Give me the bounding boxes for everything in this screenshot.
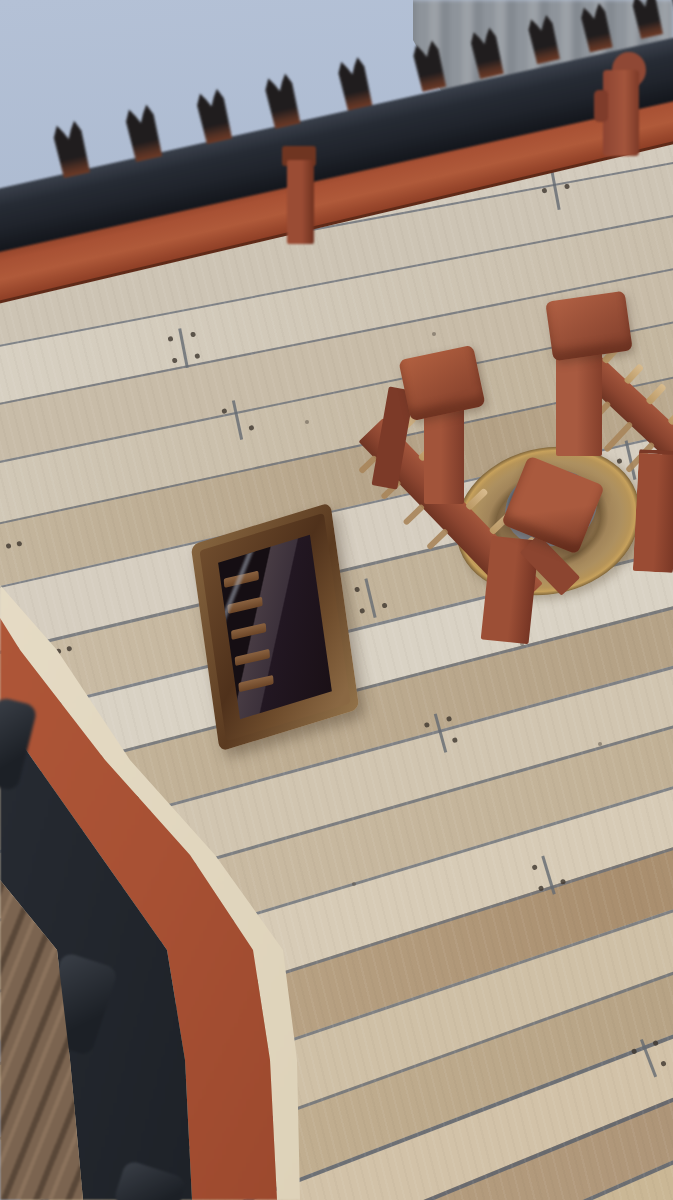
- wood-fleck: [432, 332, 436, 336]
- wood-fleck: [305, 420, 309, 424]
- timberhead: [49, 117, 91, 178]
- model-ship-deck-photo: [0, 0, 673, 1200]
- stanchion-post: [287, 160, 314, 244]
- timberhead: [334, 54, 374, 111]
- timberhead: [193, 85, 234, 144]
- curtain-fold-shadow: [108, 0, 128, 100]
- wood-fleck: [598, 742, 602, 746]
- ladder-rung: [231, 623, 266, 640]
- plank-butt-joint: [156, 322, 212, 374]
- timberhead: [261, 70, 302, 129]
- bitt-post: [633, 449, 673, 573]
- timberhead: [122, 101, 164, 162]
- bitt-cap: [545, 291, 633, 362]
- ladder-rung: [238, 675, 273, 692]
- wood-fleck: [352, 882, 356, 886]
- ladder-rung: [235, 649, 270, 666]
- companionway-hatch: [199, 513, 350, 742]
- stanchion-post: [603, 70, 639, 156]
- stanchion-knob: [594, 90, 608, 122]
